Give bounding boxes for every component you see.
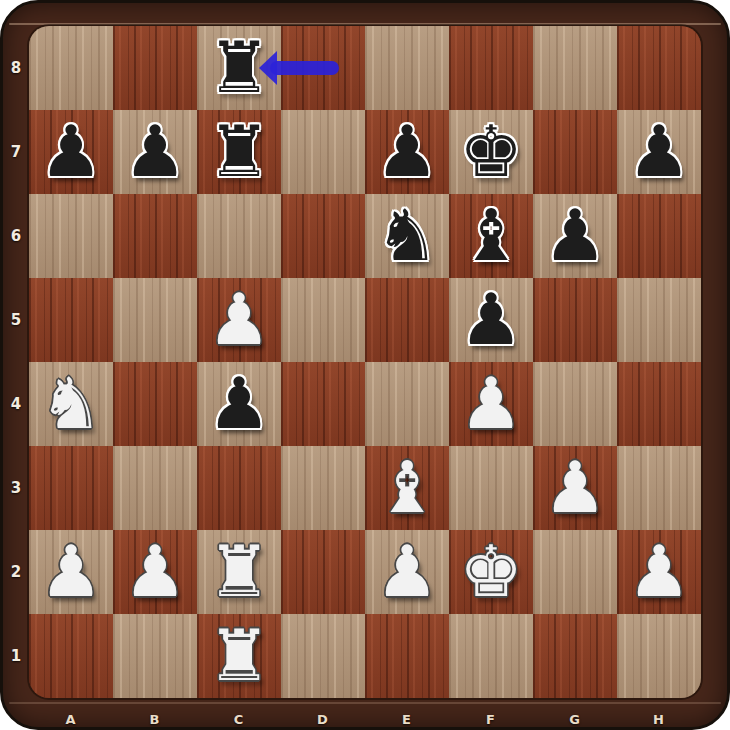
square-d1[interactable] xyxy=(281,614,365,698)
square-h3[interactable] xyxy=(617,446,701,530)
square-b7[interactable]: ♟ xyxy=(113,110,197,194)
file-label-a: A xyxy=(29,707,113,730)
rank-label-4: 4 xyxy=(3,362,29,446)
square-e1[interactable] xyxy=(365,614,449,698)
square-d5[interactable] xyxy=(281,278,365,362)
square-b6[interactable] xyxy=(113,194,197,278)
piece-white-bishop-e3[interactable]: ♝ xyxy=(365,446,449,530)
square-d6[interactable] xyxy=(281,194,365,278)
square-c3[interactable] xyxy=(197,446,281,530)
square-a1[interactable] xyxy=(29,614,113,698)
board-squares: ♜♟♟♜♟♚♟♞♝♟♟♟♞♟♟♝♟♟♟♜♟♚♟♜ xyxy=(29,26,701,698)
square-h5[interactable] xyxy=(617,278,701,362)
chessboard: ♜♟♟♜♟♚♟♞♝♟♟♟♞♟♟♝♟♟♟♜♟♚♟♜ xyxy=(29,26,701,698)
square-c1[interactable]: ♜ xyxy=(197,614,281,698)
square-e2[interactable]: ♟ xyxy=(365,530,449,614)
square-e3[interactable]: ♝ xyxy=(365,446,449,530)
square-a6[interactable] xyxy=(29,194,113,278)
rank-label-8: 8 xyxy=(3,26,29,110)
piece-white-pawn-g3[interactable]: ♟ xyxy=(533,446,617,530)
rank-label-5: 5 xyxy=(3,278,29,362)
rank-label-6: 6 xyxy=(3,194,29,278)
file-label-f: F xyxy=(449,707,533,730)
piece-black-rook-c7[interactable]: ♜ xyxy=(197,110,281,194)
square-d3[interactable] xyxy=(281,446,365,530)
board-frame: 87654321 ABCDEFGH ♜♟♟♜♟♚♟♞♝♟♟♟♞♟♟♝♟♟♟♜♟♚… xyxy=(0,0,730,730)
square-b1[interactable] xyxy=(113,614,197,698)
file-label-e: E xyxy=(365,707,449,730)
file-label-h: H xyxy=(617,707,701,730)
square-g6[interactable]: ♟ xyxy=(533,194,617,278)
piece-white-pawn-e2[interactable]: ♟ xyxy=(365,530,449,614)
piece-black-bishop-f6[interactable]: ♝ xyxy=(449,194,533,278)
square-h1[interactable] xyxy=(617,614,701,698)
square-b4[interactable] xyxy=(113,362,197,446)
piece-black-pawn-e7[interactable]: ♟ xyxy=(365,110,449,194)
square-e6[interactable]: ♞ xyxy=(365,194,449,278)
square-f8[interactable] xyxy=(449,26,533,110)
square-h8[interactable] xyxy=(617,26,701,110)
square-c8[interactable]: ♜ xyxy=(197,26,281,110)
piece-black-rook-c8[interactable]: ♜ xyxy=(197,26,281,110)
frame-bevel-top xyxy=(9,23,721,25)
square-f1[interactable] xyxy=(449,614,533,698)
piece-white-pawn-a2[interactable]: ♟ xyxy=(29,530,113,614)
square-a7[interactable]: ♟ xyxy=(29,110,113,194)
piece-black-pawn-c4[interactable]: ♟ xyxy=(197,362,281,446)
piece-white-rook-c2[interactable]: ♜ xyxy=(197,530,281,614)
frame-bevel-bottom xyxy=(9,702,721,704)
square-b3[interactable] xyxy=(113,446,197,530)
square-g5[interactable] xyxy=(533,278,617,362)
piece-white-pawn-h2[interactable]: ♟ xyxy=(617,530,701,614)
square-a3[interactable] xyxy=(29,446,113,530)
square-c6[interactable] xyxy=(197,194,281,278)
square-g7[interactable] xyxy=(533,110,617,194)
square-b5[interactable] xyxy=(113,278,197,362)
piece-black-pawn-a7[interactable]: ♟ xyxy=(29,110,113,194)
file-label-g: G xyxy=(533,707,617,730)
square-f2[interactable]: ♚ xyxy=(449,530,533,614)
square-a2[interactable]: ♟ xyxy=(29,530,113,614)
piece-black-pawn-b7[interactable]: ♟ xyxy=(113,110,197,194)
rank-label-1: 1 xyxy=(3,614,29,698)
piece-white-rook-c1[interactable]: ♜ xyxy=(197,614,281,698)
square-f3[interactable] xyxy=(449,446,533,530)
square-d8[interactable] xyxy=(281,26,365,110)
square-a5[interactable] xyxy=(29,278,113,362)
piece-white-pawn-b2[interactable]: ♟ xyxy=(113,530,197,614)
square-g4[interactable] xyxy=(533,362,617,446)
piece-black-knight-e6[interactable]: ♞ xyxy=(365,194,449,278)
square-e5[interactable] xyxy=(365,278,449,362)
square-d4[interactable] xyxy=(281,362,365,446)
square-c5[interactable]: ♟ xyxy=(197,278,281,362)
square-c2[interactable]: ♜ xyxy=(197,530,281,614)
piece-black-pawn-h7[interactable]: ♟ xyxy=(617,110,701,194)
square-h2[interactable]: ♟ xyxy=(617,530,701,614)
square-f5[interactable]: ♟ xyxy=(449,278,533,362)
square-b8[interactable] xyxy=(113,26,197,110)
square-h6[interactable] xyxy=(617,194,701,278)
square-f4[interactable]: ♟ xyxy=(449,362,533,446)
square-c4[interactable]: ♟ xyxy=(197,362,281,446)
piece-white-king-f2[interactable]: ♚ xyxy=(449,530,533,614)
square-a8[interactable] xyxy=(29,26,113,110)
chess-app: 87654321 ABCDEFGH ♜♟♟♜♟♚♟♞♝♟♟♟♞♟♟♝♟♟♟♜♟♚… xyxy=(0,0,730,730)
square-f7[interactable]: ♚ xyxy=(449,110,533,194)
piece-white-pawn-c5[interactable]: ♟ xyxy=(197,278,281,362)
file-label-b: B xyxy=(113,707,197,730)
rank-label-2: 2 xyxy=(3,530,29,614)
square-e8[interactable] xyxy=(365,26,449,110)
square-g3[interactable]: ♟ xyxy=(533,446,617,530)
piece-black-king-f7[interactable]: ♚ xyxy=(449,110,533,194)
square-e7[interactable]: ♟ xyxy=(365,110,449,194)
file-label-d: D xyxy=(281,707,365,730)
piece-black-pawn-f5[interactable]: ♟ xyxy=(449,278,533,362)
square-h4[interactable] xyxy=(617,362,701,446)
rank-label-3: 3 xyxy=(3,446,29,530)
square-g1[interactable] xyxy=(533,614,617,698)
piece-white-pawn-f4[interactable]: ♟ xyxy=(449,362,533,446)
square-d7[interactable] xyxy=(281,110,365,194)
square-e4[interactable] xyxy=(365,362,449,446)
square-c7[interactable]: ♜ xyxy=(197,110,281,194)
square-h7[interactable]: ♟ xyxy=(617,110,701,194)
square-g8[interactable] xyxy=(533,26,617,110)
rank-label-7: 7 xyxy=(3,110,29,194)
piece-black-pawn-g6[interactable]: ♟ xyxy=(533,194,617,278)
square-f6[interactable]: ♝ xyxy=(449,194,533,278)
square-d2[interactable] xyxy=(281,530,365,614)
square-b2[interactable]: ♟ xyxy=(113,530,197,614)
square-a4[interactable]: ♞ xyxy=(29,362,113,446)
piece-white-knight-a4[interactable]: ♞ xyxy=(29,362,113,446)
square-g2[interactable] xyxy=(533,530,617,614)
file-label-c: C xyxy=(197,707,281,730)
